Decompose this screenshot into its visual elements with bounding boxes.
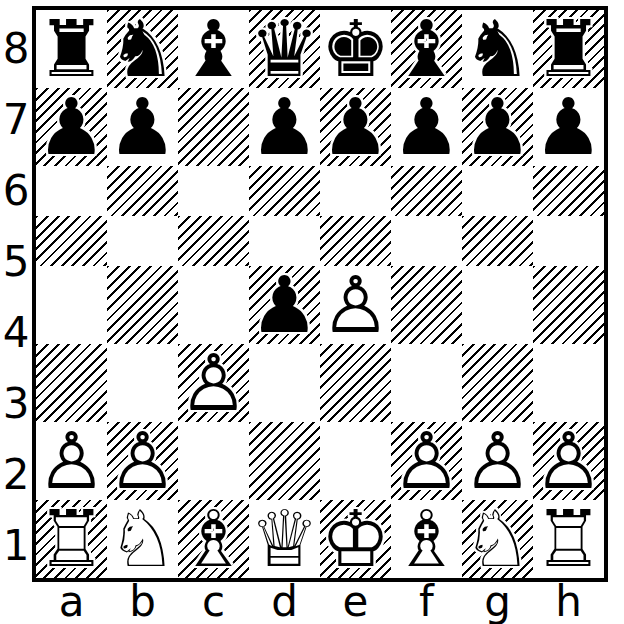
- square-e6[interactable]: [320, 166, 391, 216]
- square-f6[interactable]: [391, 166, 462, 216]
- square-h2[interactable]: ♙: [533, 422, 604, 500]
- rank-label-4: 4: [0, 294, 32, 365]
- square-b1[interactable]: ♘: [107, 500, 178, 578]
- black-pawn-d7[interactable]: ♟: [249, 88, 320, 166]
- square-e5[interactable]: [320, 216, 391, 266]
- square-h7[interactable]: ♟: [533, 88, 604, 166]
- square-a4[interactable]: [36, 266, 107, 344]
- square-g3[interactable]: [462, 344, 533, 422]
- square-g2[interactable]: ♙: [462, 422, 533, 500]
- white-knight-b1[interactable]: ♘: [107, 500, 178, 578]
- square-f3[interactable]: [391, 344, 462, 422]
- white-king-e1[interactable]: ♔: [320, 500, 391, 578]
- file-label-d: d: [249, 582, 320, 624]
- square-g6[interactable]: [462, 166, 533, 216]
- square-d4[interactable]: ♟: [249, 266, 320, 344]
- black-knight-b8[interactable]: ♞: [107, 10, 178, 88]
- square-d8[interactable]: ♛: [249, 10, 320, 88]
- square-f4[interactable]: [391, 266, 462, 344]
- file-label-c: c: [178, 582, 249, 624]
- black-rook-a8[interactable]: ♜: [36, 10, 107, 88]
- square-c5[interactable]: [178, 216, 249, 266]
- square-g8[interactable]: ♞: [462, 10, 533, 88]
- file-label-f: f: [391, 582, 462, 624]
- rank-label-5: 5: [0, 223, 32, 294]
- black-pawn-d4[interactable]: ♟: [249, 266, 320, 344]
- square-b6[interactable]: [107, 166, 178, 216]
- white-pawn-f2[interactable]: ♙: [391, 422, 462, 500]
- square-c2[interactable]: [178, 422, 249, 500]
- white-pawn-h2[interactable]: ♙: [533, 422, 604, 500]
- square-f1[interactable]: ♗: [391, 500, 462, 578]
- square-d3[interactable]: [249, 344, 320, 422]
- square-c6[interactable]: [178, 166, 249, 216]
- square-b3[interactable]: [107, 344, 178, 422]
- square-h8[interactable]: ♜: [533, 10, 604, 88]
- file-label-g: g: [462, 582, 533, 624]
- rank-labels: 87654321: [0, 10, 32, 578]
- black-pawn-a7[interactable]: ♟: [36, 88, 107, 166]
- rank-label-8: 8: [0, 10, 32, 81]
- white-pawn-c3[interactable]: ♙: [178, 344, 249, 422]
- square-e7[interactable]: ♟: [320, 88, 391, 166]
- square-a6[interactable]: [36, 166, 107, 216]
- square-b5[interactable]: [107, 216, 178, 266]
- file-label-e: e: [320, 582, 391, 624]
- square-e1[interactable]: ♔: [320, 500, 391, 578]
- square-d7[interactable]: ♟: [249, 88, 320, 166]
- white-pawn-e4[interactable]: ♙: [320, 266, 391, 344]
- black-pawn-b7[interactable]: ♟: [107, 88, 178, 166]
- black-rook-h8[interactable]: ♜: [533, 10, 604, 88]
- rank-label-7: 7: [0, 81, 32, 152]
- square-a3[interactable]: [36, 344, 107, 422]
- rank-label-2: 2: [0, 436, 32, 507]
- black-pawn-g7[interactable]: ♟: [462, 88, 533, 166]
- white-queen-d1[interactable]: ♕: [249, 500, 320, 578]
- square-a1[interactable]: ♖: [36, 500, 107, 578]
- white-pawn-g2[interactable]: ♙: [462, 422, 533, 500]
- black-pawn-e7[interactable]: ♟: [320, 88, 391, 166]
- square-e3[interactable]: [320, 344, 391, 422]
- square-b4[interactable]: [107, 266, 178, 344]
- white-bishop-f1[interactable]: ♗: [391, 500, 462, 578]
- square-f5[interactable]: [391, 216, 462, 266]
- file-labels: abcdefgh: [36, 582, 604, 624]
- square-c8[interactable]: ♝: [178, 10, 249, 88]
- white-pawn-a2[interactable]: ♙: [36, 422, 107, 500]
- chess-diagram: 87654321 ♜♞♝♛♚♝♞♜♟♟♟♟♟♟♟♟♙♙♙♙♙♙♙♖♘♗♕♔♗♘♖…: [0, 0, 624, 624]
- square-a8[interactable]: ♜: [36, 10, 107, 88]
- file-label-b: b: [107, 582, 178, 624]
- white-bishop-c1[interactable]: ♗: [178, 500, 249, 578]
- white-rook-a1[interactable]: ♖: [36, 500, 107, 578]
- white-pawn-b2[interactable]: ♙: [107, 422, 178, 500]
- black-bishop-c8[interactable]: ♝: [178, 10, 249, 88]
- chess-board: ♜♞♝♛♚♝♞♜♟♟♟♟♟♟♟♟♙♙♙♙♙♙♙♖♘♗♕♔♗♘♖: [32, 6, 608, 582]
- black-queen-d8[interactable]: ♛: [249, 10, 320, 88]
- square-a2[interactable]: ♙: [36, 422, 107, 500]
- white-knight-g1[interactable]: ♘: [462, 500, 533, 578]
- square-d6[interactable]: [249, 166, 320, 216]
- square-a5[interactable]: [36, 216, 107, 266]
- square-g7[interactable]: ♟: [462, 88, 533, 166]
- square-a7[interactable]: ♟: [36, 88, 107, 166]
- square-h3[interactable]: [533, 344, 604, 422]
- file-label-a: a: [36, 582, 107, 624]
- black-bishop-f8[interactable]: ♝: [391, 10, 462, 88]
- rank-label-1: 1: [0, 507, 32, 578]
- square-b8[interactable]: ♞: [107, 10, 178, 88]
- square-h6[interactable]: [533, 166, 604, 216]
- square-c1[interactable]: ♗: [178, 500, 249, 578]
- black-knight-g8[interactable]: ♞: [462, 10, 533, 88]
- square-g5[interactable]: [462, 216, 533, 266]
- square-f8[interactable]: ♝: [391, 10, 462, 88]
- square-c7[interactable]: [178, 88, 249, 166]
- file-label-h: h: [533, 582, 604, 624]
- black-king-e8[interactable]: ♚: [320, 10, 391, 88]
- black-pawn-h7[interactable]: ♟: [533, 88, 604, 166]
- rank-label-3: 3: [0, 365, 32, 436]
- square-f7[interactable]: ♟: [391, 88, 462, 166]
- square-d1[interactable]: ♕: [249, 500, 320, 578]
- square-e8[interactable]: ♚: [320, 10, 391, 88]
- square-e2[interactable]: [320, 422, 391, 500]
- square-h5[interactable]: [533, 216, 604, 266]
- black-pawn-f7[interactable]: ♟: [391, 88, 462, 166]
- square-h1[interactable]: ♖: [533, 500, 604, 578]
- square-d5[interactable]: [249, 216, 320, 266]
- square-g4[interactable]: [462, 266, 533, 344]
- square-c3[interactable]: ♙: [178, 344, 249, 422]
- square-d2[interactable]: [249, 422, 320, 500]
- rank-label-6: 6: [0, 152, 32, 223]
- white-rook-h1[interactable]: ♖: [533, 500, 604, 578]
- square-e4[interactable]: ♙: [320, 266, 391, 344]
- square-h4[interactable]: [533, 266, 604, 344]
- square-c4[interactable]: [178, 266, 249, 344]
- square-b2[interactable]: ♙: [107, 422, 178, 500]
- square-b7[interactable]: ♟: [107, 88, 178, 166]
- square-g1[interactable]: ♘: [462, 500, 533, 578]
- square-f2[interactable]: ♙: [391, 422, 462, 500]
